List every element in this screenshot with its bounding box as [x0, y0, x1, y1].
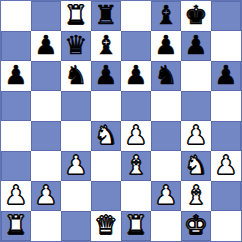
square-h6[interactable]: ♟: [211, 61, 241, 91]
square-f1[interactable]: [151, 211, 181, 241]
square-f8[interactable]: ♝: [151, 1, 181, 31]
square-b6[interactable]: [31, 61, 61, 91]
square-b3[interactable]: [31, 151, 61, 181]
square-d2[interactable]: [91, 181, 121, 211]
square-h2[interactable]: [211, 181, 241, 211]
square-e6[interactable]: ♟: [121, 61, 151, 91]
piece-white-pawn[interactable]: ♟: [34, 181, 57, 210]
square-d8[interactable]: ♜: [91, 1, 121, 31]
square-b8[interactable]: [31, 1, 61, 31]
piece-white-bishop[interactable]: ♝: [124, 151, 147, 180]
square-g3[interactable]: ♞: [181, 151, 211, 181]
piece-white-rook[interactable]: ♜: [124, 211, 147, 240]
piece-white-pawn[interactable]: ♟: [214, 151, 237, 180]
piece-black-bishop[interactable]: ♝: [94, 31, 117, 60]
piece-white-king[interactable]: ♚: [184, 211, 207, 240]
piece-white-pawn[interactable]: ♟: [184, 121, 207, 150]
square-c2[interactable]: [61, 181, 91, 211]
square-h1[interactable]: [211, 211, 241, 241]
square-h8[interactable]: [211, 1, 241, 31]
piece-white-queen[interactable]: ♛: [94, 211, 117, 240]
square-f2[interactable]: ♟: [151, 181, 181, 211]
square-h4[interactable]: [211, 121, 241, 151]
piece-black-queen[interactable]: ♛: [64, 31, 87, 60]
piece-black-king[interactable]: ♚: [184, 1, 207, 30]
square-g4[interactable]: ♟: [181, 121, 211, 151]
square-c5[interactable]: [61, 91, 91, 121]
square-a8[interactable]: [1, 1, 31, 31]
piece-white-pawn[interactable]: ♟: [124, 121, 147, 150]
square-a6[interactable]: ♟: [1, 61, 31, 91]
square-a5[interactable]: [1, 91, 31, 121]
square-c8[interactable]: ♜: [61, 1, 91, 31]
piece-black-pawn[interactable]: ♟: [124, 61, 147, 90]
piece-black-pawn[interactable]: ♟: [34, 31, 57, 60]
square-g2[interactable]: ♝: [181, 181, 211, 211]
piece-black-knight[interactable]: ♞: [154, 61, 177, 90]
square-e8[interactable]: [121, 1, 151, 31]
square-d1[interactable]: ♛: [91, 211, 121, 241]
piece-black-pawn[interactable]: ♟: [94, 61, 117, 90]
square-f5[interactable]: [151, 91, 181, 121]
square-e5[interactable]: [121, 91, 151, 121]
square-f3[interactable]: [151, 151, 181, 181]
square-h7[interactable]: [211, 31, 241, 61]
square-d7[interactable]: ♝: [91, 31, 121, 61]
piece-white-bishop[interactable]: ♝: [184, 181, 207, 210]
square-c1[interactable]: [61, 211, 91, 241]
square-d5[interactable]: [91, 91, 121, 121]
piece-white-knight[interactable]: ♞: [184, 151, 207, 180]
square-b7[interactable]: ♟: [31, 31, 61, 61]
square-d3[interactable]: [91, 151, 121, 181]
square-g6[interactable]: [181, 61, 211, 91]
piece-white-pawn[interactable]: ♟: [154, 181, 177, 210]
square-g7[interactable]: ♟: [181, 31, 211, 61]
chess-board-wrap: ♜♜♝♚♟♛♝♟♟♟♞♟♟♞♟♞♟♟♟♝♞♟♟♟♟♝♜♛♜♚: [0, 0, 242, 242]
square-h5[interactable]: [211, 91, 241, 121]
square-f4[interactable]: [151, 121, 181, 151]
piece-white-rook[interactable]: ♜: [64, 1, 87, 30]
piece-black-pawn[interactable]: ♟: [4, 61, 27, 90]
piece-black-knight[interactable]: ♞: [64, 61, 87, 90]
piece-black-pawn[interactable]: ♟: [154, 31, 177, 60]
square-e7[interactable]: [121, 31, 151, 61]
square-g1[interactable]: ♚: [181, 211, 211, 241]
piece-black-rook[interactable]: ♜: [94, 1, 117, 30]
square-a7[interactable]: [1, 31, 31, 61]
square-b2[interactable]: ♟: [31, 181, 61, 211]
piece-black-bishop[interactable]: ♝: [154, 1, 177, 30]
square-e3[interactable]: ♝: [121, 151, 151, 181]
square-a1[interactable]: ♜: [1, 211, 31, 241]
piece-white-pawn[interactable]: ♟: [64, 151, 87, 180]
square-c4[interactable]: [61, 121, 91, 151]
square-d4[interactable]: ♞: [91, 121, 121, 151]
piece-white-rook[interactable]: ♜: [4, 211, 27, 240]
square-a2[interactable]: ♟: [1, 181, 31, 211]
square-c7[interactable]: ♛: [61, 31, 91, 61]
square-e2[interactable]: [121, 181, 151, 211]
square-d6[interactable]: ♟: [91, 61, 121, 91]
square-g8[interactable]: ♚: [181, 1, 211, 31]
square-f6[interactable]: ♞: [151, 61, 181, 91]
square-e1[interactable]: ♜: [121, 211, 151, 241]
square-a4[interactable]: [1, 121, 31, 151]
square-b4[interactable]: [31, 121, 61, 151]
chess-board: ♜♜♝♚♟♛♝♟♟♟♞♟♟♞♟♞♟♟♟♝♞♟♟♟♟♝♜♛♜♚: [0, 0, 242, 242]
square-h3[interactable]: ♟: [211, 151, 241, 181]
square-g5[interactable]: [181, 91, 211, 121]
square-c6[interactable]: ♞: [61, 61, 91, 91]
square-c3[interactable]: ♟: [61, 151, 91, 181]
square-b5[interactable]: [31, 91, 61, 121]
square-a3[interactable]: [1, 151, 31, 181]
piece-black-pawn[interactable]: ♟: [214, 61, 237, 90]
square-e4[interactable]: ♟: [121, 121, 151, 151]
piece-white-pawn[interactable]: ♟: [4, 181, 27, 210]
piece-white-knight[interactable]: ♞: [94, 121, 117, 150]
square-f7[interactable]: ♟: [151, 31, 181, 61]
square-b1[interactable]: [31, 211, 61, 241]
piece-black-pawn[interactable]: ♟: [184, 31, 207, 60]
